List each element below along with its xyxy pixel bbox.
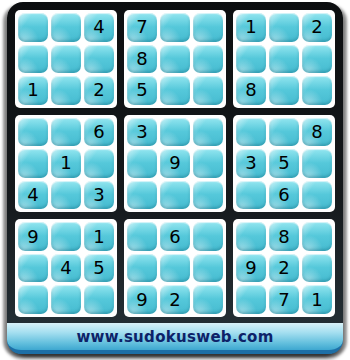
cell-r5c1[interactable]	[18, 149, 48, 178]
cell-r4c6[interactable]	[193, 118, 223, 147]
cell-r7c1[interactable]: 9	[18, 222, 48, 251]
sudoku-box-9: 89271	[233, 219, 335, 317]
cell-r6c2[interactable]	[51, 181, 81, 210]
cell-r7c9[interactable]	[302, 222, 332, 251]
cell-r9c5[interactable]: 2	[160, 285, 190, 314]
cell-r1c2[interactable]	[51, 13, 81, 42]
cell-r4c9[interactable]: 8	[302, 118, 332, 147]
cell-r6c5[interactable]	[160, 181, 190, 210]
sudoku-box-5: 39	[124, 115, 226, 213]
cell-r8c9[interactable]	[302, 254, 332, 283]
cell-r9c6[interactable]	[193, 285, 223, 314]
footer-bar: www.sudokusweb.com	[7, 323, 343, 354]
cell-r5c8[interactable]: 5	[269, 149, 299, 178]
website-link[interactable]: www.sudokusweb.com	[76, 328, 273, 346]
cell-r1c9[interactable]: 2	[302, 13, 332, 42]
cell-r7c3[interactable]: 1	[84, 222, 114, 251]
cell-r9c4[interactable]: 9	[127, 285, 157, 314]
cell-r8c1[interactable]	[18, 254, 48, 283]
cell-r6c8[interactable]: 6	[269, 181, 299, 210]
sudoku-box-1: 412	[15, 10, 117, 108]
cell-r2c4[interactable]: 8	[127, 45, 157, 74]
cell-r3c7[interactable]: 8	[236, 76, 266, 105]
cell-r2c5[interactable]	[160, 45, 190, 74]
cell-r7c6[interactable]	[193, 222, 223, 251]
sudoku-box-3: 128	[233, 10, 335, 108]
sudoku-grid: 4127851286143398356914569289271	[15, 10, 335, 317]
cell-r1c6[interactable]	[193, 13, 223, 42]
cell-r2c9[interactable]	[302, 45, 332, 74]
cell-r5c9[interactable]	[302, 149, 332, 178]
cell-r7c8[interactable]: 8	[269, 222, 299, 251]
cell-r3c5[interactable]	[160, 76, 190, 105]
cell-r2c7[interactable]	[236, 45, 266, 74]
cell-r6c1[interactable]: 4	[18, 181, 48, 210]
sudoku-box-8: 692	[124, 219, 226, 317]
cell-r6c9[interactable]	[302, 181, 332, 210]
cell-r9c2[interactable]	[51, 285, 81, 314]
cell-r6c6[interactable]	[193, 181, 223, 210]
cell-r7c7[interactable]	[236, 222, 266, 251]
cell-r8c4[interactable]	[127, 254, 157, 283]
cell-r6c3[interactable]: 3	[84, 181, 114, 210]
cell-r8c5[interactable]	[160, 254, 190, 283]
cell-r6c4[interactable]	[127, 181, 157, 210]
cell-r9c1[interactable]	[18, 285, 48, 314]
cell-r8c2[interactable]: 4	[51, 254, 81, 283]
cell-r8c7[interactable]: 9	[236, 254, 266, 283]
cell-r1c4[interactable]: 7	[127, 13, 157, 42]
sudoku-box-2: 785	[124, 10, 226, 108]
sudoku-board: 4127851286143398356914569289271 www.sudo…	[7, 2, 343, 354]
cell-r3c1[interactable]: 1	[18, 76, 48, 105]
cell-r5c3[interactable]	[84, 149, 114, 178]
cell-r9c8[interactable]: 7	[269, 285, 299, 314]
cell-r4c1[interactable]	[18, 118, 48, 147]
cell-r4c7[interactable]	[236, 118, 266, 147]
cell-r5c6[interactable]	[193, 149, 223, 178]
cell-r3c4[interactable]: 5	[127, 76, 157, 105]
cell-r7c2[interactable]	[51, 222, 81, 251]
cell-r7c5[interactable]: 6	[160, 222, 190, 251]
cell-r3c2[interactable]	[51, 76, 81, 105]
cell-r3c3[interactable]: 2	[84, 76, 114, 105]
cell-r8c6[interactable]	[193, 254, 223, 283]
cell-r9c3[interactable]	[84, 285, 114, 314]
cell-r1c5[interactable]	[160, 13, 190, 42]
cell-r2c8[interactable]	[269, 45, 299, 74]
cell-r9c9[interactable]: 1	[302, 285, 332, 314]
cell-r4c2[interactable]	[51, 118, 81, 147]
cell-r2c1[interactable]	[18, 45, 48, 74]
cell-r8c8[interactable]: 2	[269, 254, 299, 283]
cell-r6c7[interactable]	[236, 181, 266, 210]
cell-r5c4[interactable]	[127, 149, 157, 178]
cell-r2c6[interactable]	[193, 45, 223, 74]
cell-r8c3[interactable]: 5	[84, 254, 114, 283]
cell-r3c6[interactable]	[193, 76, 223, 105]
cell-r5c5[interactable]: 9	[160, 149, 190, 178]
cell-r2c3[interactable]	[84, 45, 114, 74]
sudoku-box-4: 6143	[15, 115, 117, 213]
cell-r9c7[interactable]	[236, 285, 266, 314]
cell-r7c4[interactable]	[127, 222, 157, 251]
cell-r1c7[interactable]: 1	[236, 13, 266, 42]
cell-r2c2[interactable]	[51, 45, 81, 74]
cell-r4c8[interactable]	[269, 118, 299, 147]
sudoku-box-6: 8356	[233, 115, 335, 213]
cell-r4c5[interactable]	[160, 118, 190, 147]
cell-r1c1[interactable]	[18, 13, 48, 42]
cell-r3c9[interactable]	[302, 76, 332, 105]
cell-r1c8[interactable]	[269, 13, 299, 42]
cell-r4c3[interactable]: 6	[84, 118, 114, 147]
cell-r4c4[interactable]: 3	[127, 118, 157, 147]
cell-r3c8[interactable]	[269, 76, 299, 105]
cell-r1c3[interactable]: 4	[84, 13, 114, 42]
sudoku-box-7: 9145	[15, 219, 117, 317]
cell-r5c7[interactable]: 3	[236, 149, 266, 178]
cell-r5c2[interactable]: 1	[51, 149, 81, 178]
